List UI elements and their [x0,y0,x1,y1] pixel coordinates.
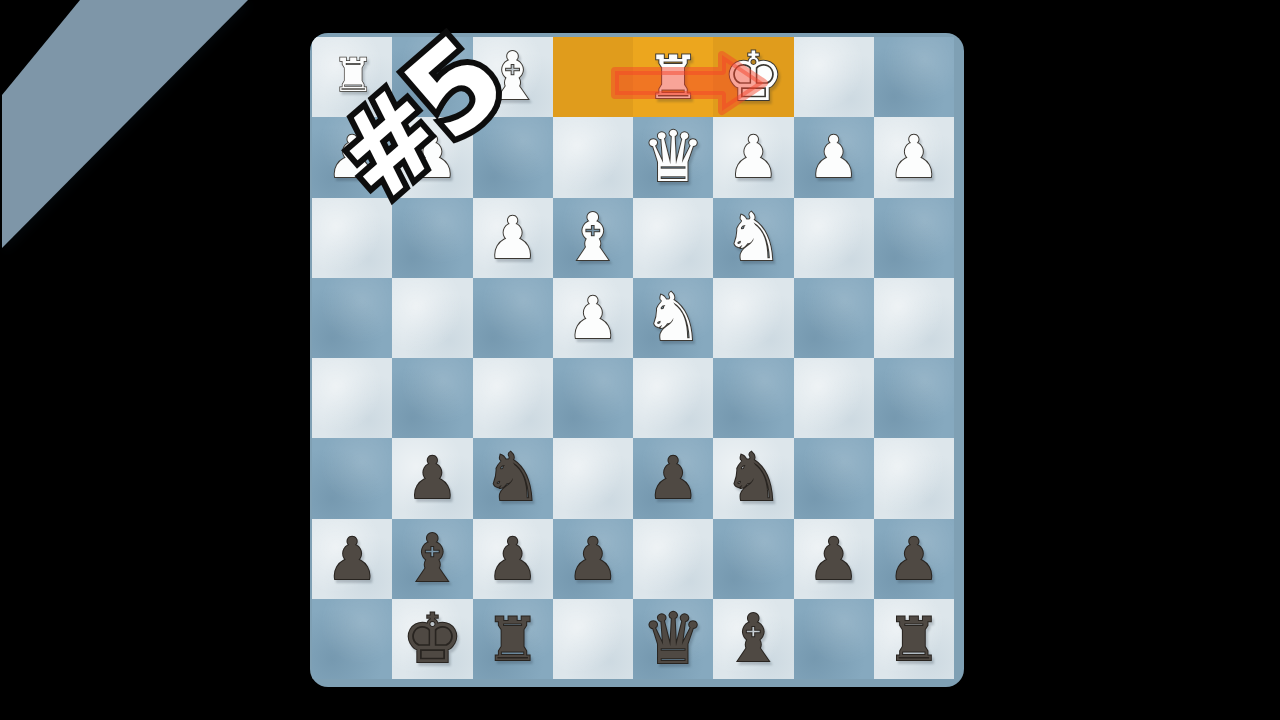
square-f3[interactable]: ♟︎ [473,198,553,278]
square-a1[interactable] [874,37,954,117]
square-f6[interactable]: ♞ [473,438,553,518]
square-d2[interactable]: ♛ [633,117,713,197]
square-c5[interactable] [713,358,793,438]
square-a2[interactable]: ♟︎ [874,117,954,197]
white-queen[interactable]: ♛ [633,117,713,197]
white-bishop[interactable]: ♝ [553,198,633,278]
square-d6[interactable]: ♟︎ [633,438,713,518]
square-e6[interactable] [553,438,633,518]
black-pawn[interactable]: ♟︎ [392,438,472,518]
square-h5[interactable] [312,358,392,438]
square-h1[interactable]: ♜ [312,37,392,117]
black-knight[interactable]: ♞ [473,438,553,518]
black-rook[interactable]: ♜ [473,599,553,679]
board-grid: ♜♝♜♚♟︎♟︎♛♟︎♟︎♟︎♟︎♝♞♟︎♞♟︎♞♟︎♞♟︎♝♟︎♟︎♟︎♟︎♚… [312,37,954,679]
white-bishop[interactable]: ♝ [473,37,553,117]
black-queen[interactable]: ♛ [633,599,713,679]
square-d7[interactable] [633,519,713,599]
square-d3[interactable] [633,198,713,278]
square-h4[interactable] [312,278,392,358]
black-knight[interactable]: ♞ [713,438,793,518]
square-g2[interactable]: ♟︎ [392,117,472,197]
square-g7[interactable]: ♝ [392,519,472,599]
square-b6[interactable] [794,438,874,518]
square-h6[interactable] [312,438,392,518]
square-f1[interactable]: ♝ [473,37,553,117]
white-knight[interactable]: ♞ [713,198,793,278]
square-g5[interactable] [392,358,472,438]
square-e5[interactable] [553,358,633,438]
square-c1[interactable]: ♚ [713,37,793,117]
white-pawn[interactable]: ♟︎ [312,117,392,197]
square-d5[interactable] [633,358,713,438]
square-f5[interactable] [473,358,553,438]
white-pawn[interactable]: ♟︎ [392,117,472,197]
square-b7[interactable]: ♟︎ [794,519,874,599]
white-pawn[interactable]: ♟︎ [874,117,954,197]
chess-board: ♜♝♜♚♟︎♟︎♛♟︎♟︎♟︎♟︎♝♞♟︎♞♟︎♞♟︎♞♟︎♝♟︎♟︎♟︎♟︎♚… [310,33,964,687]
square-d1[interactable]: ♜ [633,37,713,117]
square-e3[interactable]: ♝ [553,198,633,278]
square-h3[interactable] [312,198,392,278]
square-h8[interactable] [312,599,392,679]
square-f8[interactable]: ♜ [473,599,553,679]
square-e8[interactable] [553,599,633,679]
square-b8[interactable] [794,599,874,679]
square-b1[interactable] [794,37,874,117]
square-c7[interactable] [713,519,793,599]
square-a3[interactable] [874,198,954,278]
black-pawn[interactable]: ♟︎ [633,438,713,518]
white-king[interactable]: ♚ [713,37,793,117]
square-h2[interactable]: ♟︎ [312,117,392,197]
black-pawn[interactable]: ♟︎ [794,519,874,599]
white-pawn[interactable]: ♟︎ [553,278,633,358]
square-c6[interactable]: ♞ [713,438,793,518]
square-g8[interactable]: ♚ [392,599,472,679]
square-e7[interactable]: ♟︎ [553,519,633,599]
square-b5[interactable] [794,358,874,438]
square-g3[interactable] [392,198,472,278]
square-h7[interactable]: ♟︎ [312,519,392,599]
square-f4[interactable] [473,278,553,358]
square-g6[interactable]: ♟︎ [392,438,472,518]
square-a5[interactable] [874,358,954,438]
square-c2[interactable]: ♟︎ [713,117,793,197]
square-f7[interactable]: ♟︎ [473,519,553,599]
square-b4[interactable] [794,278,874,358]
black-rook[interactable]: ♜ [874,599,954,679]
square-a7[interactable]: ♟︎ [874,519,954,599]
black-bishop[interactable]: ♝ [713,599,793,679]
white-pawn[interactable]: ♟︎ [713,117,793,197]
square-c4[interactable] [713,278,793,358]
square-a6[interactable] [874,438,954,518]
square-e4[interactable]: ♟︎ [553,278,633,358]
square-d4[interactable]: ♞ [633,278,713,358]
square-f2[interactable] [473,117,553,197]
black-pawn[interactable]: ♟︎ [553,519,633,599]
white-pawn[interactable]: ♟︎ [794,117,874,197]
white-rook[interactable]: ♜ [633,37,713,117]
white-rook[interactable]: ♜ [313,35,393,115]
black-pawn[interactable]: ♟︎ [874,519,954,599]
thumbnail-stage: ♜♝♜♚♟︎♟︎♛♟︎♟︎♟︎♟︎♝♞♟︎♞♟︎♞♟︎♞♟︎♝♟︎♟︎♟︎♟︎♚… [0,0,1280,720]
white-pawn[interactable]: ♟︎ [473,198,553,278]
square-b2[interactable]: ♟︎ [794,117,874,197]
black-bishop[interactable]: ♝ [392,519,472,599]
white-knight[interactable]: ♞ [633,278,713,358]
square-g1[interactable] [392,37,472,117]
square-d8[interactable]: ♛ [633,599,713,679]
square-e1[interactable] [553,37,633,117]
square-c8[interactable]: ♝ [713,599,793,679]
square-a4[interactable] [874,278,954,358]
black-pawn[interactable]: ♟︎ [312,519,392,599]
square-c3[interactable]: ♞ [713,198,793,278]
square-a8[interactable]: ♜ [874,599,954,679]
square-b3[interactable] [794,198,874,278]
square-g4[interactable] [392,278,472,358]
black-king[interactable]: ♚ [392,599,472,679]
square-e2[interactable] [553,117,633,197]
black-pawn[interactable]: ♟︎ [473,519,553,599]
